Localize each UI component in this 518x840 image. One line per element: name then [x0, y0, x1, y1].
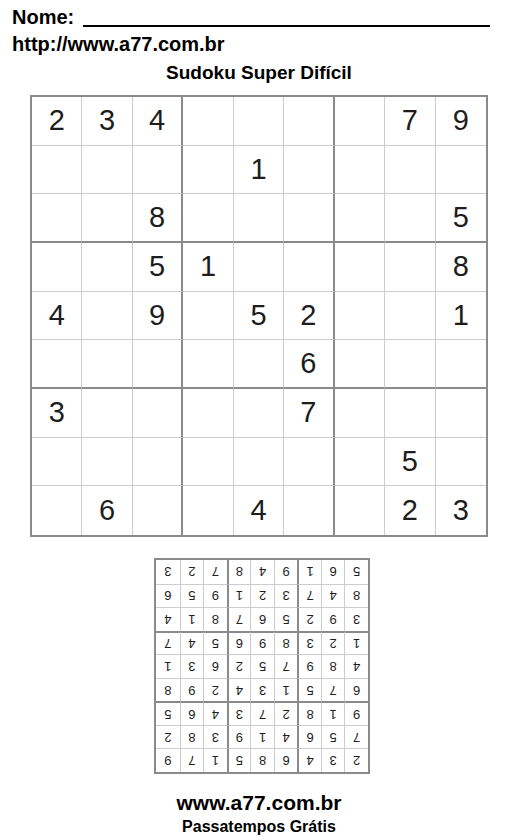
footer-tagline: Passatempos Grátis [0, 817, 518, 836]
puzzle-cell-r9c4 [183, 486, 233, 535]
solution-cell-r1c9: 9 [156, 748, 180, 772]
solution-cell-r4c6: 4 [227, 678, 251, 702]
puzzle-cell-r1c1: 2 [32, 97, 82, 146]
solution-cell-r6c5: 9 [250, 631, 274, 655]
puzzle-cell-r2c3 [133, 146, 183, 195]
solution-cell-r8c2: 4 [321, 584, 345, 608]
solution-cell-r4c1: 6 [344, 678, 368, 702]
solution-cell-r9c1: 5 [344, 560, 368, 584]
puzzle-cell-r5c2 [82, 292, 132, 341]
solution-cell-r4c7: 2 [203, 678, 227, 702]
puzzle-cell-r2c5: 1 [234, 146, 284, 195]
puzzle-cell-r2c4 [183, 146, 233, 195]
puzzle-cell-r1c6 [284, 97, 334, 146]
name-label: Nome: [12, 4, 74, 30]
solution-cell-r7c3: 2 [297, 607, 321, 631]
name-row: Nome: [12, 4, 490, 30]
solution-cell-r6c1: 1 [344, 631, 368, 655]
puzzle-cell-r6c4 [183, 340, 233, 389]
solution-cell-r7c5: 6 [250, 607, 274, 631]
puzzle-cell-r6c6: 6 [284, 340, 334, 389]
puzzle-cell-r8c5 [234, 438, 284, 487]
puzzle-cell-r4c6 [284, 243, 334, 292]
puzzle-cell-r9c9: 3 [436, 486, 486, 535]
puzzle-cell-r7c9 [436, 389, 486, 438]
solution-cell-r1c8: 7 [180, 748, 204, 772]
puzzle-cell-r1c4 [183, 97, 233, 146]
solution-cell-r9c2: 6 [321, 560, 345, 584]
puzzle-cell-r7c1: 3 [32, 389, 82, 438]
puzzle-cell-r7c3 [133, 389, 183, 438]
puzzle-cell-r4c7 [335, 243, 385, 292]
puzzle-cell-r9c8: 2 [385, 486, 435, 535]
solution-cell-r2c9: 2 [156, 725, 180, 749]
puzzle-cell-r2c1 [32, 146, 82, 195]
solution-cell-r5c7: 6 [203, 654, 227, 678]
puzzle-cell-r9c2: 6 [82, 486, 132, 535]
sudoku-puzzle-grid: 234791855184952163756423 [30, 95, 488, 537]
puzzle-cell-r2c8 [385, 146, 435, 195]
puzzle-cell-r1c7 [335, 97, 385, 146]
puzzle-title: Sudoku Super Difícil [0, 62, 518, 84]
solution-cell-r2c8: 8 [180, 725, 204, 749]
puzzle-cell-r8c9 [436, 438, 486, 487]
puzzle-cell-r9c1 [32, 486, 82, 535]
puzzle-cell-r5c4 [183, 292, 233, 341]
solution-cell-r7c4: 5 [274, 607, 298, 631]
puzzle-cell-r5c5: 5 [234, 292, 284, 341]
solution-cell-r9c8: 2 [180, 560, 204, 584]
solution-cell-r6c6: 6 [227, 631, 251, 655]
puzzle-cell-r8c4 [183, 438, 233, 487]
puzzle-cell-r9c3 [133, 486, 183, 535]
puzzle-cell-r1c3: 4 [133, 97, 183, 146]
puzzle-cell-r8c2 [82, 438, 132, 487]
puzzle-cell-r1c5 [234, 97, 284, 146]
solution-cell-r3c1: 9 [344, 701, 368, 725]
solution-cell-r8c5: 2 [250, 584, 274, 608]
solution-cell-r4c4: 1 [274, 678, 298, 702]
solution-cell-r6c8: 4 [180, 631, 204, 655]
solution-cell-r4c2: 7 [321, 678, 345, 702]
puzzle-cell-r6c2 [82, 340, 132, 389]
puzzle-cell-r4c9: 8 [436, 243, 486, 292]
solution-cell-r1c1: 2 [344, 748, 368, 772]
solution-cell-r6c9: 7 [156, 631, 180, 655]
puzzle-cell-r6c3 [133, 340, 183, 389]
solution-cell-r1c5: 8 [250, 748, 274, 772]
footer-site: www.a77.com.br [0, 791, 518, 815]
puzzle-cell-r7c4 [183, 389, 233, 438]
solution-cell-r1c6: 5 [227, 748, 251, 772]
solution-cell-r8c8: 5 [180, 584, 204, 608]
puzzle-cell-r7c5 [234, 389, 284, 438]
solution-cell-r5c1: 4 [344, 654, 368, 678]
solution-cell-r6c2: 2 [321, 631, 345, 655]
solution-cell-r5c3: 9 [297, 654, 321, 678]
solution-cell-r1c3: 4 [297, 748, 321, 772]
solution-cell-r6c4: 8 [274, 631, 298, 655]
solution-cell-r8c3: 7 [297, 584, 321, 608]
puzzle-cell-r5c3: 9 [133, 292, 183, 341]
solution-cell-r9c5: 4 [250, 560, 274, 584]
solution-cell-r8c4: 3 [274, 584, 298, 608]
sudoku-solution-grid-rotated-180: 2346851797564193829182734656751342984897… [154, 558, 370, 774]
puzzle-cell-r5c1: 4 [32, 292, 82, 341]
solution-cell-r9c9: 3 [156, 560, 180, 584]
solution-cell-r3c9: 5 [156, 701, 180, 725]
puzzle-cell-r8c8: 5 [385, 438, 435, 487]
puzzle-cell-r3c6 [284, 194, 334, 243]
solution-cell-r2c2: 5 [321, 725, 345, 749]
puzzle-cell-r8c1 [32, 438, 82, 487]
puzzle-cell-r3c7 [335, 194, 385, 243]
solution-cell-r4c3: 5 [297, 678, 321, 702]
solution-cell-r8c9: 6 [156, 584, 180, 608]
solution-cell-r3c7: 4 [203, 701, 227, 725]
puzzle-cell-r4c1 [32, 243, 82, 292]
puzzle-cell-r7c6: 7 [284, 389, 334, 438]
puzzle-cell-r1c2: 3 [82, 97, 132, 146]
puzzle-cell-r5c9: 1 [436, 292, 486, 341]
solution-cell-r5c9: 1 [156, 654, 180, 678]
puzzle-cell-r3c9: 5 [436, 194, 486, 243]
puzzle-cell-r5c7 [335, 292, 385, 341]
solution-cell-r2c1: 7 [344, 725, 368, 749]
puzzle-cell-r3c1 [32, 194, 82, 243]
puzzle-cell-r4c8 [385, 243, 435, 292]
solution-cell-r4c8: 9 [180, 678, 204, 702]
solution-cell-r8c6: 1 [227, 584, 251, 608]
solution-cell-r2c3: 6 [297, 725, 321, 749]
puzzle-cell-r1c9: 9 [436, 97, 486, 146]
solution-cell-r3c2: 1 [321, 701, 345, 725]
puzzle-cell-r4c4: 1 [183, 243, 233, 292]
solution-cell-r9c7: 7 [203, 560, 227, 584]
solution-cell-r7c2: 9 [321, 607, 345, 631]
solution-cell-r3c6: 3 [227, 701, 251, 725]
puzzle-cell-r2c6 [284, 146, 334, 195]
puzzle-cell-r5c6: 2 [284, 292, 334, 341]
solution-cell-r6c3: 3 [297, 631, 321, 655]
puzzle-cell-r3c5 [234, 194, 284, 243]
site-url: http://www.a77.com.br [12, 32, 490, 56]
puzzle-cell-r4c5 [234, 243, 284, 292]
solution-cell-r2c6: 9 [227, 725, 251, 749]
solution-cell-r1c2: 3 [321, 748, 345, 772]
solution-cell-r7c7: 8 [203, 607, 227, 631]
puzzle-cell-r4c2 [82, 243, 132, 292]
solution-cell-r9c6: 8 [227, 560, 251, 584]
puzzle-cell-r3c3: 8 [133, 194, 183, 243]
solution-cell-r4c5: 3 [250, 678, 274, 702]
solution-cell-r3c3: 8 [297, 701, 321, 725]
solution-cell-r5c2: 8 [321, 654, 345, 678]
puzzle-cell-r4c3: 5 [133, 243, 183, 292]
puzzle-cell-r3c4 [183, 194, 233, 243]
puzzle-cell-r3c8 [385, 194, 435, 243]
puzzle-cell-r5c8 [385, 292, 435, 341]
solution-cell-r5c8: 3 [180, 654, 204, 678]
solution-cell-r1c7: 1 [203, 748, 227, 772]
puzzle-cell-r2c7 [335, 146, 385, 195]
solution-cell-r7c8: 1 [180, 607, 204, 631]
solution-cell-r5c4: 7 [274, 654, 298, 678]
puzzle-cell-r8c3 [133, 438, 183, 487]
solution-cell-r3c4: 2 [274, 701, 298, 725]
solution-cell-r3c5: 7 [250, 701, 274, 725]
puzzle-cell-r1c8: 7 [385, 97, 435, 146]
puzzle-cell-r8c6 [284, 438, 334, 487]
solution-cell-r4c9: 8 [156, 678, 180, 702]
solution-cell-r7c1: 3 [344, 607, 368, 631]
puzzle-cell-r2c2 [82, 146, 132, 195]
puzzle-cell-r6c7 [335, 340, 385, 389]
solution-cell-r8c7: 9 [203, 584, 227, 608]
solution-cell-r3c8: 6 [180, 701, 204, 725]
puzzle-cell-r6c1 [32, 340, 82, 389]
header: Nome: http://www.a77.com.br [12, 4, 490, 56]
puzzle-cell-r7c2 [82, 389, 132, 438]
solution-cell-r1c4: 6 [274, 748, 298, 772]
puzzle-cell-r6c9 [436, 340, 486, 389]
name-fill-line [83, 25, 490, 27]
solution-cell-r8c1: 8 [344, 584, 368, 608]
puzzle-cell-r8c7 [335, 438, 385, 487]
solution-cell-r9c3: 1 [297, 560, 321, 584]
puzzle-cell-r9c7 [335, 486, 385, 535]
solution-cell-r9c4: 9 [274, 560, 298, 584]
puzzle-cell-r9c5: 4 [234, 486, 284, 535]
puzzle-cell-r7c7 [335, 389, 385, 438]
solution-cell-r7c6: 7 [227, 607, 251, 631]
solution-cell-r7c9: 4 [156, 607, 180, 631]
solution-cell-r6c7: 5 [203, 631, 227, 655]
puzzle-cell-r2c9 [436, 146, 486, 195]
footer: www.a77.com.br Passatempos Grátis [0, 791, 518, 836]
puzzle-cell-r9c6 [284, 486, 334, 535]
solution-cell-r5c6: 2 [227, 654, 251, 678]
solution-cell-r2c7: 3 [203, 725, 227, 749]
solution-cell-r5c5: 5 [250, 654, 274, 678]
puzzle-cell-r3c2 [82, 194, 132, 243]
solution-cell-r2c4: 4 [274, 725, 298, 749]
solution-cell-r2c5: 1 [250, 725, 274, 749]
puzzle-cell-r6c5 [234, 340, 284, 389]
puzzle-cell-r6c8 [385, 340, 435, 389]
puzzle-cell-r7c8 [385, 389, 435, 438]
